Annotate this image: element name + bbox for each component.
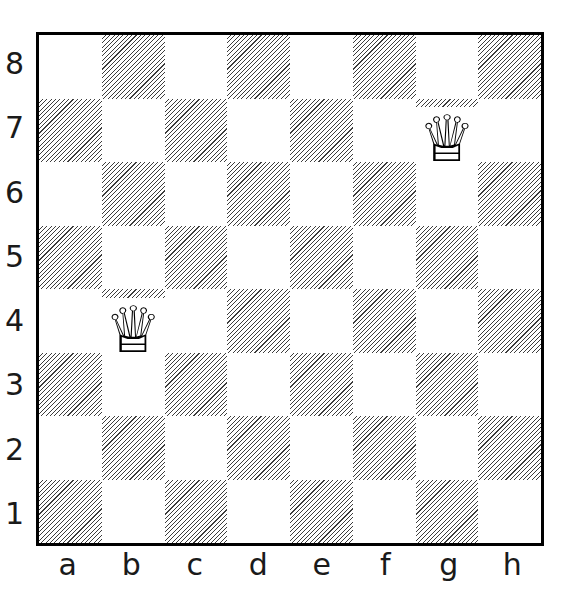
file-label-e: e bbox=[290, 546, 354, 590]
square-b4[interactable]: ♛♕ bbox=[102, 289, 165, 353]
piece-white-queen-g7[interactable]: ♛♕ bbox=[416, 107, 479, 162]
square-g2[interactable] bbox=[416, 416, 479, 480]
square-d4[interactable] bbox=[227, 289, 290, 353]
square-a2[interactable] bbox=[39, 416, 102, 480]
square-h5[interactable] bbox=[478, 226, 541, 290]
piece-white-queen-b4[interactable]: ♛♕ bbox=[102, 298, 165, 353]
square-f6[interactable] bbox=[353, 162, 416, 226]
file-label-b: b bbox=[100, 546, 164, 590]
rank-label-6: 6 bbox=[0, 161, 36, 225]
square-d2[interactable] bbox=[227, 416, 290, 480]
square-b7[interactable] bbox=[102, 99, 165, 163]
square-d5[interactable] bbox=[227, 226, 290, 290]
square-a6[interactable] bbox=[39, 162, 102, 226]
square-h7[interactable] bbox=[478, 99, 541, 163]
square-d6[interactable] bbox=[227, 162, 290, 226]
square-a7[interactable] bbox=[39, 99, 102, 163]
square-c3[interactable] bbox=[165, 353, 228, 417]
square-h6[interactable] bbox=[478, 162, 541, 226]
square-h4[interactable] bbox=[478, 289, 541, 353]
square-c7[interactable] bbox=[165, 99, 228, 163]
square-f5[interactable] bbox=[353, 226, 416, 290]
square-a4[interactable] bbox=[39, 289, 102, 353]
square-e6[interactable] bbox=[290, 162, 353, 226]
square-c1[interactable] bbox=[165, 480, 228, 544]
square-f3[interactable] bbox=[353, 353, 416, 417]
square-f4[interactable] bbox=[353, 289, 416, 353]
file-labels: abcdefgh bbox=[36, 546, 544, 590]
square-g8[interactable] bbox=[416, 35, 479, 99]
file-label-d: d bbox=[227, 546, 291, 590]
square-c6[interactable] bbox=[165, 162, 228, 226]
square-b5[interactable] bbox=[102, 226, 165, 290]
square-b6[interactable] bbox=[102, 162, 165, 226]
file-label-a: a bbox=[36, 546, 100, 590]
square-e4[interactable] bbox=[290, 289, 353, 353]
square-g1[interactable] bbox=[416, 480, 479, 544]
square-g6[interactable] bbox=[416, 162, 479, 226]
file-label-h: h bbox=[481, 546, 545, 590]
square-h3[interactable] bbox=[478, 353, 541, 417]
square-f8[interactable] bbox=[353, 35, 416, 99]
square-c5[interactable] bbox=[165, 226, 228, 290]
square-f2[interactable] bbox=[353, 416, 416, 480]
rank-label-7: 7 bbox=[0, 96, 36, 160]
rank-label-4: 4 bbox=[0, 289, 36, 353]
square-f1[interactable] bbox=[353, 480, 416, 544]
rank-labels: 87654321 bbox=[0, 32, 36, 546]
square-c4[interactable] bbox=[165, 289, 228, 353]
square-h2[interactable] bbox=[478, 416, 541, 480]
file-label-f: f bbox=[354, 546, 418, 590]
square-b2[interactable] bbox=[102, 416, 165, 480]
square-e7[interactable] bbox=[290, 99, 353, 163]
rank-label-1: 1 bbox=[0, 482, 36, 546]
file-label-g: g bbox=[417, 546, 481, 590]
square-c2[interactable] bbox=[165, 416, 228, 480]
square-f7[interactable] bbox=[353, 99, 416, 163]
square-d3[interactable] bbox=[227, 353, 290, 417]
square-b1[interactable] bbox=[102, 480, 165, 544]
square-g7[interactable]: ♛♕ bbox=[416, 99, 479, 163]
square-e8[interactable] bbox=[290, 35, 353, 99]
square-b8[interactable] bbox=[102, 35, 165, 99]
rank-label-3: 3 bbox=[0, 353, 36, 417]
rank-label-5: 5 bbox=[0, 225, 36, 289]
chess-diagram: 87654321 ♛♕♛♕ abcdefgh bbox=[0, 0, 566, 590]
square-e2[interactable] bbox=[290, 416, 353, 480]
rank-label-2: 2 bbox=[0, 418, 36, 482]
square-d1[interactable] bbox=[227, 480, 290, 544]
chess-board: ♛♕♛♕ bbox=[36, 32, 544, 546]
square-a8[interactable] bbox=[39, 35, 102, 99]
square-g3[interactable] bbox=[416, 353, 479, 417]
square-c8[interactable] bbox=[165, 35, 228, 99]
square-a5[interactable] bbox=[39, 226, 102, 290]
square-h8[interactable] bbox=[478, 35, 541, 99]
square-h1[interactable] bbox=[478, 480, 541, 544]
square-d8[interactable] bbox=[227, 35, 290, 99]
square-g4[interactable] bbox=[416, 289, 479, 353]
square-e1[interactable] bbox=[290, 480, 353, 544]
square-e5[interactable] bbox=[290, 226, 353, 290]
square-b3[interactable] bbox=[102, 353, 165, 417]
square-a1[interactable] bbox=[39, 480, 102, 544]
square-e3[interactable] bbox=[290, 353, 353, 417]
file-label-c: c bbox=[163, 546, 227, 590]
square-a3[interactable] bbox=[39, 353, 102, 417]
square-d7[interactable] bbox=[227, 99, 290, 163]
square-g5[interactable] bbox=[416, 226, 479, 290]
rank-label-8: 8 bbox=[0, 32, 36, 96]
